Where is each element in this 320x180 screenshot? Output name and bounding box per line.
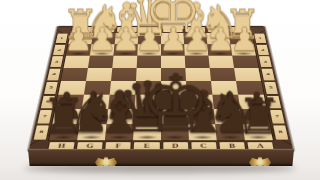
coordinate-label-3: 3 <box>259 56 272 67</box>
piece-wp-a2[interactable]: ♟ <box>230 25 259 54</box>
chess-board: HGFEDCBA HGFEDCBA 12345678 12345678 ♜♞♝♛… <box>29 26 294 151</box>
square-a2[interactable]: ♟ <box>230 44 255 56</box>
square-h3[interactable] <box>64 56 90 68</box>
piece-bk-d8[interactable]: ♚ <box>140 68 210 138</box>
square-a3[interactable] <box>232 56 258 68</box>
square-g3[interactable] <box>88 56 114 68</box>
playing-field: ♜♞♝♛♚♝♞♜♟♟♟♟♟♟♟♟♟♟♟♟♟♟♟♟♜♞♝♛♚♝♞♜ <box>49 33 273 140</box>
chess-set-photo: HGFEDCBA HGFEDCBA 12345678 12345678 ♜♞♝♛… <box>0 0 320 180</box>
coordinate-label-a: A <box>247 142 273 149</box>
coordinate-label-e: E <box>134 142 159 149</box>
square-b2[interactable]: ♟ <box>207 44 232 56</box>
square-h4[interactable] <box>61 68 88 81</box>
coordinate-label-f: F <box>106 142 132 149</box>
coordinate-label-d: D <box>163 142 188 149</box>
coordinate-label-g: G <box>77 142 103 149</box>
square-d2[interactable]: ♟ <box>161 44 185 56</box>
piece-bn-b8[interactable]: ♞ <box>206 88 256 138</box>
coordinate-label-b: B <box>219 142 245 149</box>
square-b8[interactable]: ♞ <box>215 124 245 140</box>
square-e2[interactable]: ♟ <box>137 44 161 56</box>
coordinate-label-4: 4 <box>47 69 60 80</box>
board-tilt: HGFEDCBA HGFEDCBA 12345678 12345678 ♜♞♝♛… <box>29 26 294 151</box>
piece-bn-g8[interactable]: ♞ <box>66 88 116 138</box>
box-front-panel <box>28 149 294 166</box>
coordinate-label-3: 3 <box>50 56 63 67</box>
square-d8[interactable]: ♚ <box>161 124 189 140</box>
file-labels-near: HGFEDCBA <box>48 142 273 149</box>
square-c2[interactable]: ♟ <box>184 44 208 56</box>
coordinate-label-c: C <box>191 142 217 149</box>
square-a4[interactable] <box>234 68 261 81</box>
coordinate-label-h: H <box>48 142 74 149</box>
square-b3[interactable] <box>208 56 234 68</box>
coordinate-label-4: 4 <box>261 69 274 80</box>
square-g8[interactable]: ♞ <box>77 124 107 140</box>
